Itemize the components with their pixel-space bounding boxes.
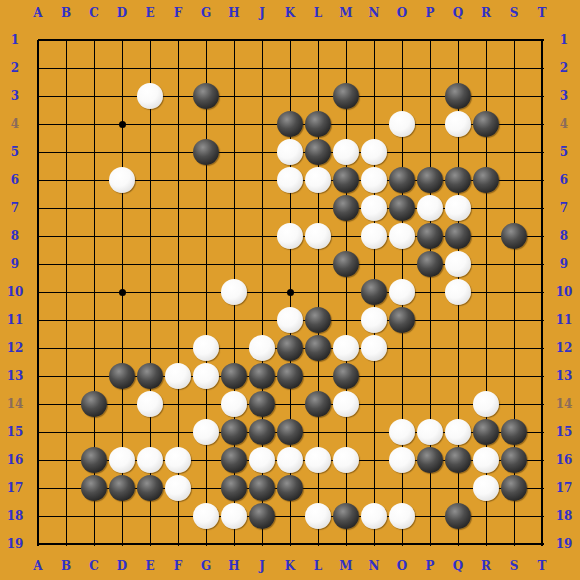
stone-black-k17[interactable] — [277, 475, 303, 501]
stone-black-p9[interactable] — [417, 251, 443, 277]
stone-black-s8[interactable] — [501, 223, 527, 249]
stone-white-o10[interactable] — [389, 279, 415, 305]
stone-white-n12[interactable] — [361, 335, 387, 361]
stone-white-k16[interactable] — [277, 447, 303, 473]
stone-black-m13[interactable] — [333, 363, 359, 389]
stone-black-h16[interactable] — [221, 447, 247, 473]
stone-white-f13[interactable] — [165, 363, 191, 389]
row-label-right-13: 13 — [548, 369, 580, 383]
stone-white-n18[interactable] — [361, 503, 387, 529]
stone-black-l14[interactable] — [305, 391, 331, 417]
col-label-top-s: S — [500, 6, 528, 20]
stone-black-q16[interactable] — [445, 447, 471, 473]
stone-white-r16[interactable] — [473, 447, 499, 473]
stone-black-j15[interactable] — [249, 419, 275, 445]
stone-black-l11[interactable] — [305, 307, 331, 333]
col-label-bottom-j: J — [248, 559, 276, 573]
row-label-left-4: 4 — [0, 117, 30, 131]
col-label-top-q: Q — [444, 6, 472, 20]
col-label-top-e: E — [136, 6, 164, 20]
stone-white-q7[interactable] — [445, 195, 471, 221]
col-label-bottom-g: G — [192, 559, 220, 573]
row-label-right-16: 16 — [548, 453, 580, 467]
stone-white-q4[interactable] — [445, 111, 471, 137]
stone-black-j17[interactable] — [249, 475, 275, 501]
stone-black-l5[interactable] — [305, 139, 331, 165]
grid-hline — [38, 404, 544, 405]
col-label-bottom-m: M — [332, 559, 360, 573]
stone-white-e16[interactable] — [137, 447, 163, 473]
col-label-top-j: J — [248, 6, 276, 20]
col-label-bottom-r: R — [472, 559, 500, 573]
col-label-bottom-f: F — [164, 559, 192, 573]
stone-black-r4[interactable] — [473, 111, 499, 137]
stone-black-s17[interactable] — [501, 475, 527, 501]
stone-white-g13[interactable] — [193, 363, 219, 389]
stone-black-q18[interactable] — [445, 503, 471, 529]
row-label-left-17: 17 — [0, 481, 30, 495]
stone-white-p7[interactable] — [417, 195, 443, 221]
stone-black-m6[interactable] — [333, 167, 359, 193]
stone-white-m16[interactable] — [333, 447, 359, 473]
stone-black-p8[interactable] — [417, 223, 443, 249]
stone-white-d6[interactable] — [109, 167, 135, 193]
grid-hline — [38, 39, 544, 41]
stone-black-g5[interactable] — [193, 139, 219, 165]
stone-white-e3[interactable] — [137, 83, 163, 109]
col-label-bottom-a: A — [24, 559, 52, 573]
stone-white-l18[interactable] — [305, 503, 331, 529]
stone-white-d16[interactable] — [109, 447, 135, 473]
stone-black-r15[interactable] — [473, 419, 499, 445]
star-point — [287, 289, 294, 296]
stone-white-e14[interactable] — [137, 391, 163, 417]
row-label-right-3: 3 — [548, 89, 580, 103]
col-label-top-n: N — [360, 6, 388, 20]
col-label-top-a: A — [24, 6, 52, 20]
row-label-right-1: 1 — [548, 33, 580, 47]
col-label-bottom-t: T — [528, 559, 556, 573]
row-label-left-16: 16 — [0, 453, 30, 467]
stone-black-c14[interactable] — [81, 391, 107, 417]
stone-black-r6[interactable] — [473, 167, 499, 193]
col-label-bottom-d: D — [108, 559, 136, 573]
stone-white-h10[interactable] — [221, 279, 247, 305]
stone-white-o16[interactable] — [389, 447, 415, 473]
col-label-top-l: L — [304, 6, 332, 20]
row-label-left-5: 5 — [0, 145, 30, 159]
stone-white-j12[interactable] — [249, 335, 275, 361]
stone-black-g3[interactable] — [193, 83, 219, 109]
row-label-right-18: 18 — [548, 509, 580, 523]
row-label-left-1: 1 — [0, 33, 30, 47]
stone-black-q3[interactable] — [445, 83, 471, 109]
stone-black-q8[interactable] — [445, 223, 471, 249]
row-label-right-5: 5 — [548, 145, 580, 159]
stone-black-e17[interactable] — [137, 475, 163, 501]
row-label-right-6: 6 — [548, 173, 580, 187]
row-label-left-7: 7 — [0, 201, 30, 215]
stone-white-h14[interactable] — [221, 391, 247, 417]
stone-black-j13[interactable] — [249, 363, 275, 389]
col-label-bottom-s: S — [500, 559, 528, 573]
stone-black-l4[interactable] — [305, 111, 331, 137]
stone-black-j18[interactable] — [249, 503, 275, 529]
stone-black-k15[interactable] — [277, 419, 303, 445]
col-label-top-f: F — [164, 6, 192, 20]
col-label-bottom-k: K — [276, 559, 304, 573]
row-label-left-9: 9 — [0, 257, 30, 271]
row-label-right-7: 7 — [548, 201, 580, 215]
stone-black-k12[interactable] — [277, 335, 303, 361]
col-label-bottom-l: L — [304, 559, 332, 573]
stone-white-m12[interactable] — [333, 335, 359, 361]
row-label-left-18: 18 — [0, 509, 30, 523]
stone-black-e13[interactable] — [137, 363, 163, 389]
col-label-top-o: O — [388, 6, 416, 20]
stone-black-o6[interactable] — [389, 167, 415, 193]
row-label-left-8: 8 — [0, 229, 30, 243]
col-label-top-t: T — [528, 6, 556, 20]
row-label-left-6: 6 — [0, 173, 30, 187]
stone-black-m9[interactable] — [333, 251, 359, 277]
grid-hline — [38, 68, 544, 69]
stone-white-j16[interactable] — [249, 447, 275, 473]
stone-black-m18[interactable] — [333, 503, 359, 529]
col-label-top-h: H — [220, 6, 248, 20]
grid-hline — [38, 543, 544, 545]
stone-black-s16[interactable] — [501, 447, 527, 473]
col-label-top-d: D — [108, 6, 136, 20]
col-label-top-r: R — [472, 6, 500, 20]
stone-white-q15[interactable] — [445, 419, 471, 445]
grid-vline — [66, 40, 67, 546]
stone-white-f16[interactable] — [165, 447, 191, 473]
stone-white-l6[interactable] — [305, 167, 331, 193]
stone-black-o11[interactable] — [389, 307, 415, 333]
row-label-right-11: 11 — [548, 313, 580, 327]
stone-black-k13[interactable] — [277, 363, 303, 389]
row-label-right-19: 19 — [548, 537, 580, 551]
col-label-bottom-o: O — [388, 559, 416, 573]
row-label-left-10: 10 — [0, 285, 30, 299]
row-label-right-14: 14 — [548, 397, 580, 411]
grid-vline — [206, 40, 207, 546]
grid-vline — [37, 40, 39, 546]
stone-black-q6[interactable] — [445, 167, 471, 193]
stone-white-l8[interactable] — [305, 223, 331, 249]
star-point — [119, 289, 126, 296]
stone-black-m3[interactable] — [333, 83, 359, 109]
stone-white-m5[interactable] — [333, 139, 359, 165]
stone-white-p15[interactable] — [417, 419, 443, 445]
stone-black-k4[interactable] — [277, 111, 303, 137]
stone-white-m14[interactable] — [333, 391, 359, 417]
stone-white-n7[interactable] — [361, 195, 387, 221]
stone-white-r17[interactable] — [473, 475, 499, 501]
row-label-right-12: 12 — [548, 341, 580, 355]
row-label-right-17: 17 — [548, 481, 580, 495]
stone-black-d17[interactable] — [109, 475, 135, 501]
col-label-top-k: K — [276, 6, 304, 20]
stone-black-s15[interactable] — [501, 419, 527, 445]
row-label-left-2: 2 — [0, 61, 30, 75]
row-label-left-11: 11 — [0, 313, 30, 327]
stone-black-p6[interactable] — [417, 167, 443, 193]
stone-white-o8[interactable] — [389, 223, 415, 249]
stone-white-f17[interactable] — [165, 475, 191, 501]
stone-white-k6[interactable] — [277, 167, 303, 193]
stone-black-d13[interactable] — [109, 363, 135, 389]
stone-black-p16[interactable] — [417, 447, 443, 473]
row-label-left-19: 19 — [0, 537, 30, 551]
row-label-right-10: 10 — [548, 285, 580, 299]
stone-black-h13[interactable] — [221, 363, 247, 389]
row-label-left-14: 14 — [0, 397, 30, 411]
stone-black-c17[interactable] — [81, 475, 107, 501]
stone-white-n8[interactable] — [361, 223, 387, 249]
row-label-right-8: 8 — [548, 229, 580, 243]
col-label-bottom-p: P — [416, 559, 444, 573]
stone-white-n11[interactable] — [361, 307, 387, 333]
col-label-top-c: C — [80, 6, 108, 20]
row-label-right-15: 15 — [548, 425, 580, 439]
stone-white-o4[interactable] — [389, 111, 415, 137]
row-label-left-3: 3 — [0, 89, 30, 103]
stone-black-o7[interactable] — [389, 195, 415, 221]
stone-black-l12[interactable] — [305, 335, 331, 361]
col-label-bottom-h: H — [220, 559, 248, 573]
stone-black-m7[interactable] — [333, 195, 359, 221]
stone-white-n5[interactable] — [361, 139, 387, 165]
stone-white-k5[interactable] — [277, 139, 303, 165]
stone-white-o18[interactable] — [389, 503, 415, 529]
col-label-bottom-b: B — [52, 559, 80, 573]
stone-white-k11[interactable] — [277, 307, 303, 333]
row-label-right-9: 9 — [548, 257, 580, 271]
col-label-top-g: G — [192, 6, 220, 20]
stone-white-k8[interactable] — [277, 223, 303, 249]
row-label-left-15: 15 — [0, 425, 30, 439]
stone-white-o15[interactable] — [389, 419, 415, 445]
col-label-bottom-n: N — [360, 559, 388, 573]
stone-white-g12[interactable] — [193, 335, 219, 361]
col-label-bottom-c: C — [80, 559, 108, 573]
go-board[interactable]: AABBCCDDEEFFGGHHJJKKLLMMNNOOPPQQRRSSTT11… — [0, 0, 580, 580]
col-label-bottom-e: E — [136, 559, 164, 573]
stone-black-j14[interactable] — [249, 391, 275, 417]
row-label-left-12: 12 — [0, 341, 30, 355]
stone-white-h18[interactable] — [221, 503, 247, 529]
stone-white-r14[interactable] — [473, 391, 499, 417]
row-label-left-13: 13 — [0, 369, 30, 383]
col-label-top-m: M — [332, 6, 360, 20]
row-label-right-2: 2 — [548, 61, 580, 75]
stone-black-h17[interactable] — [221, 475, 247, 501]
stone-white-q10[interactable] — [445, 279, 471, 305]
stone-white-l16[interactable] — [305, 447, 331, 473]
grid-vline — [541, 40, 543, 546]
col-label-top-b: B — [52, 6, 80, 20]
stone-black-n10[interactable] — [361, 279, 387, 305]
row-label-right-4: 4 — [548, 117, 580, 131]
star-point — [119, 121, 126, 128]
stone-white-n6[interactable] — [361, 167, 387, 193]
stone-black-c16[interactable] — [81, 447, 107, 473]
col-label-top-p: P — [416, 6, 444, 20]
col-label-bottom-q: Q — [444, 559, 472, 573]
stone-white-q9[interactable] — [445, 251, 471, 277]
stone-black-h15[interactable] — [221, 419, 247, 445]
stone-white-g15[interactable] — [193, 419, 219, 445]
stone-white-g18[interactable] — [193, 503, 219, 529]
